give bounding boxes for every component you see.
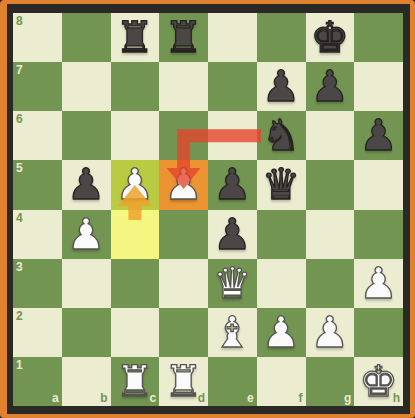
square-c4[interactable] (111, 210, 160, 259)
square-a7[interactable]: 7 (13, 62, 62, 111)
black-pawn-f7[interactable]: ♟ (262, 65, 301, 108)
square-g8[interactable]: ♚ (306, 13, 355, 62)
square-h6[interactable]: ♟ (354, 111, 403, 160)
square-a3[interactable]: 3 (13, 259, 62, 308)
file-label-e: e (247, 392, 254, 404)
rank-label-8: 8 (16, 15, 23, 27)
square-c2[interactable] (111, 308, 160, 357)
rank-label-7: 7 (16, 64, 23, 76)
square-d4[interactable] (159, 210, 208, 259)
square-a5[interactable]: 5 (13, 160, 62, 209)
white-pawn-h3[interactable]: ♟ (359, 262, 398, 305)
board-frame: 8♜♜♚7♟♟6♞♟5♟♟♟♟♛4♟♟3♛♟2♝♟♟1abc♜d♜efgh♚ (0, 0, 415, 418)
white-pawn-d5[interactable]: ♟ (164, 163, 203, 206)
black-rook-d8[interactable]: ♜ (164, 16, 203, 59)
file-label-g: g (344, 392, 351, 404)
square-e3[interactable]: ♛ (208, 259, 257, 308)
square-f7[interactable]: ♟ (257, 62, 306, 111)
white-pawn-c5[interactable]: ♟ (116, 163, 155, 206)
white-rook-c1[interactable]: ♜ (116, 360, 155, 403)
square-g6[interactable] (306, 111, 355, 160)
square-f1[interactable]: f (257, 357, 306, 406)
black-pawn-b5[interactable]: ♟ (67, 163, 106, 206)
black-pawn-g7[interactable]: ♟ (311, 65, 350, 108)
file-label-a: a (52, 392, 59, 404)
square-h3[interactable]: ♟ (354, 259, 403, 308)
chess-board: 8♜♜♚7♟♟6♞♟5♟♟♟♟♛4♟♟3♛♟2♝♟♟1abc♜d♜efgh♚ (13, 13, 403, 406)
square-g4[interactable] (306, 210, 355, 259)
rank-label-5: 5 (16, 162, 23, 174)
rank-label-2: 2 (16, 310, 23, 322)
square-e1[interactable]: e (208, 357, 257, 406)
square-f8[interactable] (257, 13, 306, 62)
square-e2[interactable]: ♝ (208, 308, 257, 357)
square-f2[interactable]: ♟ (257, 308, 306, 357)
file-label-f: f (299, 392, 303, 404)
square-b2[interactable] (62, 308, 111, 357)
square-g5[interactable] (306, 160, 355, 209)
square-b4[interactable]: ♟ (62, 210, 111, 259)
black-pawn-h6[interactable]: ♟ (359, 114, 398, 157)
square-g1[interactable]: g (306, 357, 355, 406)
square-b8[interactable] (62, 13, 111, 62)
rank-label-1: 1 (16, 359, 23, 371)
black-knight-f6[interactable]: ♞ (262, 114, 301, 157)
square-c8[interactable]: ♜ (111, 13, 160, 62)
square-g7[interactable]: ♟ (306, 62, 355, 111)
square-h1[interactable]: h♚ (354, 357, 403, 406)
square-b6[interactable] (62, 111, 111, 160)
square-a2[interactable]: 2 (13, 308, 62, 357)
black-pawn-e5[interactable]: ♟ (213, 163, 252, 206)
square-c1[interactable]: c♜ (111, 357, 160, 406)
white-pawn-g2[interactable]: ♟ (311, 311, 350, 354)
square-d5[interactable]: ♟ (159, 160, 208, 209)
square-d2[interactable] (159, 308, 208, 357)
white-king-h1[interactable]: ♚ (359, 360, 398, 403)
square-h4[interactable] (354, 210, 403, 259)
square-a8[interactable]: 8 (13, 13, 62, 62)
square-f3[interactable] (257, 259, 306, 308)
rank-label-3: 3 (16, 261, 23, 273)
square-c7[interactable] (111, 62, 160, 111)
square-e4[interactable]: ♟ (208, 210, 257, 259)
square-f4[interactable] (257, 210, 306, 259)
white-queen-e3[interactable]: ♛ (213, 262, 252, 305)
square-d6[interactable] (159, 111, 208, 160)
square-d1[interactable]: d♜ (159, 357, 208, 406)
square-h7[interactable] (354, 62, 403, 111)
black-rook-c8[interactable]: ♜ (116, 16, 155, 59)
square-c5[interactable]: ♟ (111, 160, 160, 209)
white-bishop-e2[interactable]: ♝ (213, 311, 252, 354)
square-e7[interactable] (208, 62, 257, 111)
square-b5[interactable]: ♟ (62, 160, 111, 209)
file-label-b: b (100, 392, 107, 404)
square-b3[interactable] (62, 259, 111, 308)
rank-label-4: 4 (16, 212, 23, 224)
board-inner-border: 8♜♜♚7♟♟6♞♟5♟♟♟♟♛4♟♟3♛♟2♝♟♟1abc♜d♜efgh♚ (7, 4, 410, 414)
square-g3[interactable] (306, 259, 355, 308)
square-d3[interactable] (159, 259, 208, 308)
square-c3[interactable] (111, 259, 160, 308)
square-a1[interactable]: 1a (13, 357, 62, 406)
black-pawn-e4[interactable]: ♟ (213, 213, 252, 256)
white-pawn-f2[interactable]: ♟ (262, 311, 301, 354)
square-d7[interactable] (159, 62, 208, 111)
black-king-g8[interactable]: ♚ (311, 16, 350, 59)
square-b7[interactable] (62, 62, 111, 111)
square-a4[interactable]: 4 (13, 210, 62, 259)
rank-label-6: 6 (16, 113, 23, 125)
white-pawn-b4[interactable]: ♟ (67, 213, 106, 256)
square-a6[interactable]: 6 (13, 111, 62, 160)
square-f6[interactable]: ♞ (257, 111, 306, 160)
square-c6[interactable] (111, 111, 160, 160)
square-h2[interactable] (354, 308, 403, 357)
square-e5[interactable]: ♟ (208, 160, 257, 209)
square-b1[interactable]: b (62, 357, 111, 406)
square-f5[interactable]: ♛ (257, 160, 306, 209)
square-e8[interactable] (208, 13, 257, 62)
square-h5[interactable] (354, 160, 403, 209)
square-d8[interactable]: ♜ (159, 13, 208, 62)
square-h8[interactable] (354, 13, 403, 62)
white-rook-d1[interactable]: ♜ (164, 360, 203, 403)
square-g2[interactable]: ♟ (306, 308, 355, 357)
black-queen-f5[interactable]: ♛ (262, 163, 301, 206)
square-e6[interactable] (208, 111, 257, 160)
